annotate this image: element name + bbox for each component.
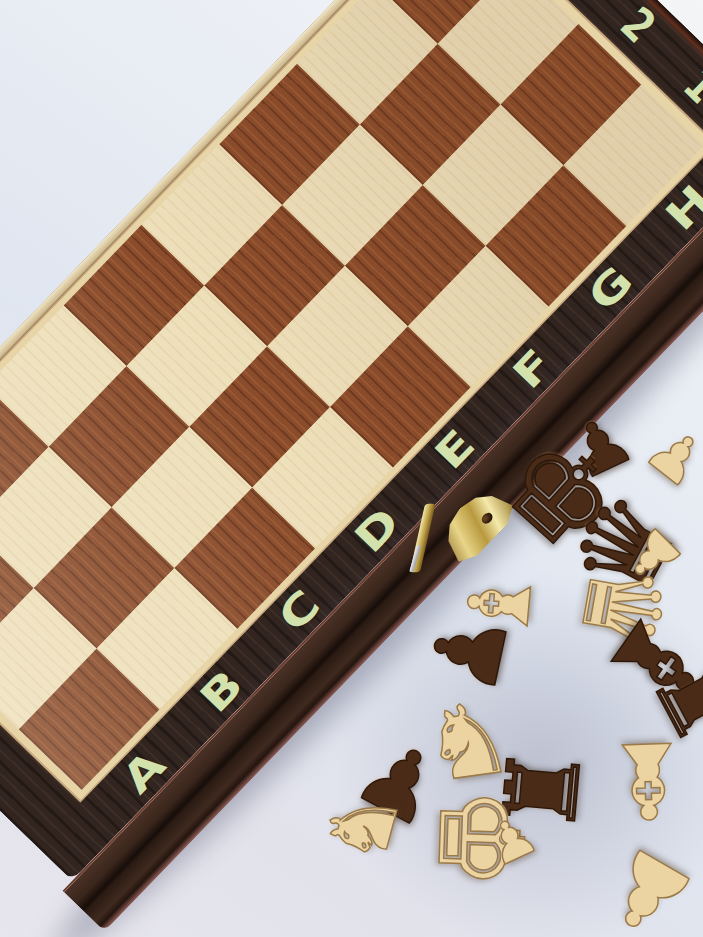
- light-pawn: ♟: [635, 415, 703, 498]
- light-bishop: ♝: [600, 726, 697, 833]
- light-pawn: ♟: [587, 830, 703, 937]
- photo-scene: ABCDEFGH 4321 ♟♟♚♛♟♝♛♟♝♜♞♝♜♟♞♚♟♟: [0, 0, 703, 937]
- piece-pile: ♟♟♚♛♟♝♛♟♝♜♞♝♜♟♞♚♟♟: [0, 0, 703, 937]
